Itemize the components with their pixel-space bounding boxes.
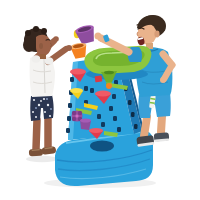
boy-back-sneaker (154, 132, 170, 142)
toddler-left-sandal (29, 148, 44, 156)
product-photo (0, 0, 200, 200)
toddler-curl-1 (25, 30, 31, 36)
toddler-neck (40, 54, 46, 59)
toddler-left-leg (36, 120, 37, 149)
toddler-shadow (26, 156, 58, 162)
cup-purple-top (74, 24, 97, 46)
boy-front-leg (144, 117, 147, 136)
toddler-upper-hand (53, 36, 59, 42)
cup-orange (66, 42, 88, 59)
boy-head (137, 15, 166, 49)
toddler-curl-3 (41, 28, 47, 34)
toddler-right-sandal (42, 146, 57, 155)
toddler-lower-hand (66, 45, 72, 51)
boy-ear (154, 31, 159, 38)
child-left (23, 26, 66, 157)
boy-right-hand (95, 33, 102, 40)
scene-illustration (0, 0, 200, 200)
logo-badge (95, 75, 103, 82)
cup-purple-low (80, 119, 91, 131)
toddler-curl-2 (33, 26, 39, 32)
toddler-hair-back (23, 38, 35, 52)
toddler-face (36, 35, 52, 56)
tray-funnel-hole (104, 71, 114, 75)
spinner-orange (106, 83, 112, 89)
boy-back-leg (161, 116, 162, 132)
boy-left-hand (160, 77, 166, 83)
toddler-eye (46, 40, 50, 41)
basin-opening (90, 141, 114, 152)
toddler-ear (39, 43, 43, 49)
toddler-sleeve-left (32, 55, 41, 63)
toddler-shorts (30, 95, 53, 121)
